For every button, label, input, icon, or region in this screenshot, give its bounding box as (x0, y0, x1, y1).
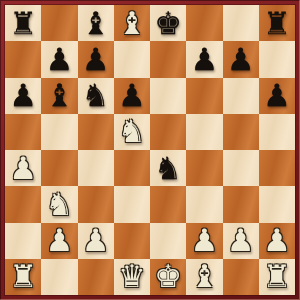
square-a2[interactable] (5, 223, 41, 259)
square-e4[interactable]: ♞ (150, 150, 186, 186)
square-f6[interactable] (186, 78, 222, 114)
square-f2[interactable]: ♟ (186, 223, 222, 259)
square-a8[interactable]: ♜ (5, 5, 41, 41)
square-b5[interactable] (41, 114, 77, 150)
chess-board-frame: ♜♝♝♚♜♟♟♟♟♟♝♞♟♟♞♟♞♞♟♟♟♟♟♜♛♚♝♜ (0, 0, 300, 300)
square-g7[interactable]: ♟ (223, 41, 259, 77)
white-rook-piece: ♜ (9, 261, 37, 292)
square-g2[interactable]: ♟ (223, 223, 259, 259)
square-b3[interactable]: ♞ (41, 186, 77, 222)
square-d7[interactable] (114, 41, 150, 77)
square-e8[interactable]: ♚ (150, 5, 186, 41)
black-pawn-piece: ♟ (82, 44, 110, 75)
white-knight-piece: ♞ (118, 116, 146, 147)
square-h5[interactable] (259, 114, 295, 150)
square-c2[interactable]: ♟ (78, 223, 114, 259)
black-pawn-piece: ♟ (9, 80, 37, 111)
square-d6[interactable]: ♟ (114, 78, 150, 114)
black-rook-piece: ♜ (9, 8, 37, 39)
square-b7[interactable]: ♟ (41, 41, 77, 77)
square-h6[interactable]: ♟ (259, 78, 295, 114)
square-f3[interactable] (186, 186, 222, 222)
square-g5[interactable] (223, 114, 259, 150)
black-bishop-piece: ♝ (82, 8, 110, 39)
square-b8[interactable] (41, 5, 77, 41)
square-c1[interactable] (78, 259, 114, 295)
square-a1[interactable]: ♜ (5, 259, 41, 295)
square-c4[interactable] (78, 150, 114, 186)
square-f4[interactable] (186, 150, 222, 186)
square-b1[interactable] (41, 259, 77, 295)
black-pawn-piece: ♟ (190, 44, 218, 75)
white-knight-piece: ♞ (45, 189, 73, 220)
white-pawn-piece: ♟ (227, 225, 255, 256)
square-b4[interactable] (41, 150, 77, 186)
square-a5[interactable] (5, 114, 41, 150)
white-bishop-piece: ♝ (118, 8, 146, 39)
square-e7[interactable] (150, 41, 186, 77)
square-g3[interactable] (223, 186, 259, 222)
black-king-piece: ♚ (154, 8, 182, 39)
white-bishop-piece: ♝ (190, 261, 218, 292)
square-a3[interactable] (5, 186, 41, 222)
square-b6[interactable]: ♝ (41, 78, 77, 114)
square-d8[interactable]: ♝ (114, 5, 150, 41)
square-c8[interactable]: ♝ (78, 5, 114, 41)
square-c5[interactable] (78, 114, 114, 150)
square-d1[interactable]: ♛ (114, 259, 150, 295)
square-g4[interactable] (223, 150, 259, 186)
black-pawn-piece: ♟ (45, 44, 73, 75)
square-e2[interactable] (150, 223, 186, 259)
square-a7[interactable] (5, 41, 41, 77)
square-h3[interactable] (259, 186, 295, 222)
square-e5[interactable] (150, 114, 186, 150)
black-knight-piece: ♞ (82, 80, 110, 111)
white-king-piece: ♚ (154, 261, 182, 292)
square-h1[interactable]: ♜ (259, 259, 295, 295)
square-a6[interactable]: ♟ (5, 78, 41, 114)
square-b2[interactable]: ♟ (41, 223, 77, 259)
chess-board: ♜♝♝♚♜♟♟♟♟♟♝♞♟♟♞♟♞♞♟♟♟♟♟♜♛♚♝♜ (5, 5, 295, 295)
square-g6[interactable] (223, 78, 259, 114)
square-e1[interactable]: ♚ (150, 259, 186, 295)
square-f5[interactable] (186, 114, 222, 150)
square-a4[interactable]: ♟ (5, 150, 41, 186)
square-c6[interactable]: ♞ (78, 78, 114, 114)
white-pawn-piece: ♟ (82, 225, 110, 256)
square-h4[interactable] (259, 150, 295, 186)
square-h7[interactable] (259, 41, 295, 77)
white-rook-piece: ♜ (263, 261, 291, 292)
square-h2[interactable]: ♟ (259, 223, 295, 259)
white-pawn-piece: ♟ (45, 225, 73, 256)
black-bishop-piece: ♝ (45, 80, 73, 111)
black-pawn-piece: ♟ (118, 80, 146, 111)
white-pawn-piece: ♟ (190, 225, 218, 256)
square-c7[interactable]: ♟ (78, 41, 114, 77)
white-queen-piece: ♛ (118, 261, 146, 292)
square-d2[interactable] (114, 223, 150, 259)
square-h8[interactable]: ♜ (259, 5, 295, 41)
square-f8[interactable] (186, 5, 222, 41)
square-g1[interactable] (223, 259, 259, 295)
black-knight-piece: ♞ (154, 153, 182, 184)
square-e3[interactable] (150, 186, 186, 222)
black-pawn-piece: ♟ (227, 44, 255, 75)
white-pawn-piece: ♟ (9, 153, 37, 184)
square-f1[interactable]: ♝ (186, 259, 222, 295)
square-d3[interactable] (114, 186, 150, 222)
square-d4[interactable] (114, 150, 150, 186)
square-e6[interactable] (150, 78, 186, 114)
square-g8[interactable] (223, 5, 259, 41)
square-c3[interactable] (78, 186, 114, 222)
square-f7[interactable]: ♟ (186, 41, 222, 77)
black-rook-piece: ♜ (263, 8, 291, 39)
black-pawn-piece: ♟ (263, 80, 291, 111)
white-pawn-piece: ♟ (263, 225, 291, 256)
square-d5[interactable]: ♞ (114, 114, 150, 150)
